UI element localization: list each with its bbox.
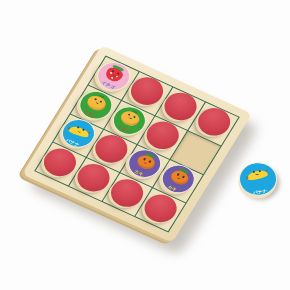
disc-label: バナナ bbox=[246, 188, 274, 196]
game-board: イチゴミカンミカンバナナカキカキ bbox=[22, 45, 252, 243]
off-board-disc-slot: バナナ bbox=[237, 160, 280, 198]
product-photo: イチゴミカンミカンバナナカキカキ バナナ bbox=[0, 0, 290, 290]
fruit-face bbox=[252, 170, 263, 177]
banana-icon bbox=[245, 165, 269, 183]
banana-disc[interactable]: バナナ bbox=[237, 160, 280, 198]
